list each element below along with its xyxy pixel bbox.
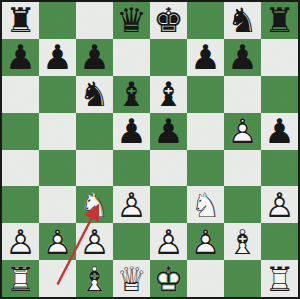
piece-white-pawn[interactable]: ♟♙: [39, 223, 76, 260]
piece-white-pawn[interactable]: ♟♙: [113, 186, 150, 223]
square-e4[interactable]: [150, 150, 187, 187]
square-e6[interactable]: ♝: [150, 76, 187, 113]
square-h4[interactable]: [261, 150, 298, 187]
square-f2[interactable]: ♟♙: [187, 223, 224, 260]
piece-black-pawn[interactable]: ♟: [187, 39, 224, 76]
square-h6[interactable]: [261, 76, 298, 113]
piece-black-knight[interactable]: ♞: [76, 76, 113, 113]
square-c5[interactable]: [76, 113, 113, 150]
white-rook-outline: ♖: [2, 260, 39, 297]
piece-white-pawn[interactable]: ♟♙: [150, 223, 187, 260]
piece-black-pawn[interactable]: ♟: [150, 113, 187, 150]
white-bishop-outline: ♗: [224, 223, 261, 260]
piece-white-knight[interactable]: ♞♘: [187, 186, 224, 223]
piece-white-pawn[interactable]: ♟♙: [2, 223, 39, 260]
square-h8[interactable]: ♜: [261, 2, 298, 39]
chess-board: ♜♛♚♞♜♟♟♟♟♟♞♝♝♟♟♟♙♟♞♘♟♙♞♘♟♙♟♙♟♙♟♙♟♙♟♙♝♗♜♖…: [0, 0, 300, 299]
piece-white-king[interactable]: ♚♔: [150, 260, 187, 297]
square-c2[interactable]: ♟♙: [76, 223, 113, 260]
piece-white-rook[interactable]: ♜♖: [261, 260, 298, 297]
square-g8[interactable]: ♞: [224, 2, 261, 39]
white-knight-outline: ♘: [76, 186, 113, 223]
square-e8[interactable]: ♚: [150, 2, 187, 39]
square-b2[interactable]: ♟♙: [39, 223, 76, 260]
square-c7[interactable]: ♟: [76, 39, 113, 76]
square-b1[interactable]: [39, 260, 76, 297]
square-b3[interactable]: [39, 186, 76, 223]
white-pawn-outline: ♙: [2, 223, 39, 260]
board-squares: ♜♛♚♞♜♟♟♟♟♟♞♝♝♟♟♟♙♟♞♘♟♙♞♘♟♙♟♙♟♙♟♙♟♙♟♙♝♗♜♖…: [2, 2, 298, 297]
square-d5[interactable]: ♟: [113, 113, 150, 150]
square-f8[interactable]: [187, 2, 224, 39]
black-pawn-glyph: ♟: [224, 39, 261, 76]
piece-white-pawn[interactable]: ♟♙: [261, 186, 298, 223]
piece-black-pawn[interactable]: ♟: [261, 113, 298, 150]
white-pawn-outline: ♙: [187, 223, 224, 260]
square-a7[interactable]: ♟: [2, 39, 39, 76]
white-pawn-outline: ♙: [150, 223, 187, 260]
black-queen-glyph: ♛: [113, 2, 150, 39]
white-pawn-outline: ♙: [261, 186, 298, 223]
piece-black-rook[interactable]: ♜: [261, 2, 298, 39]
square-g5[interactable]: ♟♙: [224, 113, 261, 150]
piece-black-queen[interactable]: ♛: [113, 2, 150, 39]
square-e7[interactable]: [150, 39, 187, 76]
square-c4[interactable]: [76, 150, 113, 187]
square-h2[interactable]: [261, 223, 298, 260]
piece-white-bishop[interactable]: ♝♗: [76, 260, 113, 297]
square-e3[interactable]: [150, 186, 187, 223]
white-pawn-outline: ♙: [224, 113, 261, 150]
square-a2[interactable]: ♟♙: [2, 223, 39, 260]
piece-white-queen[interactable]: ♛♕: [113, 260, 150, 297]
square-a5[interactable]: [2, 113, 39, 150]
black-bishop-glyph: ♝: [150, 76, 187, 113]
square-a1[interactable]: ♜♖: [2, 260, 39, 297]
square-e2[interactable]: ♟♙: [150, 223, 187, 260]
square-d4[interactable]: [113, 150, 150, 187]
square-d1[interactable]: ♛♕: [113, 260, 150, 297]
square-g3[interactable]: [224, 186, 261, 223]
black-pawn-glyph: ♟: [261, 113, 298, 150]
piece-white-pawn[interactable]: ♟♙: [224, 113, 261, 150]
square-a6[interactable]: [2, 76, 39, 113]
square-d7[interactable]: [113, 39, 150, 76]
square-f1[interactable]: [187, 260, 224, 297]
square-b8[interactable]: [39, 2, 76, 39]
square-g7[interactable]: ♟: [224, 39, 261, 76]
square-f5[interactable]: [187, 113, 224, 150]
square-h5[interactable]: ♟: [261, 113, 298, 150]
square-b7[interactable]: ♟: [39, 39, 76, 76]
black-pawn-glyph: ♟: [187, 39, 224, 76]
square-d2[interactable]: [113, 223, 150, 260]
piece-black-rook[interactable]: ♜: [2, 2, 39, 39]
black-pawn-glyph: ♟: [76, 39, 113, 76]
square-h7[interactable]: [261, 39, 298, 76]
white-pawn-outline: ♙: [113, 186, 150, 223]
piece-black-pawn[interactable]: ♟: [39, 39, 76, 76]
piece-black-pawn[interactable]: ♟: [76, 39, 113, 76]
piece-black-bishop[interactable]: ♝: [113, 76, 150, 113]
white-pawn-outline: ♙: [76, 223, 113, 260]
piece-black-king[interactable]: ♚: [150, 2, 187, 39]
white-knight-outline: ♘: [187, 186, 224, 223]
square-f4[interactable]: [187, 150, 224, 187]
square-c3[interactable]: ♞♘: [76, 186, 113, 223]
square-g6[interactable]: [224, 76, 261, 113]
square-c1[interactable]: ♝♗: [76, 260, 113, 297]
square-e5[interactable]: ♟: [150, 113, 187, 150]
white-king-outline: ♔: [150, 260, 187, 297]
piece-black-pawn[interactable]: ♟: [113, 113, 150, 150]
piece-white-pawn[interactable]: ♟♙: [187, 223, 224, 260]
square-a8[interactable]: ♜: [2, 2, 39, 39]
square-f3[interactable]: ♞♘: [187, 186, 224, 223]
square-d8[interactable]: ♛: [113, 2, 150, 39]
black-knight-glyph: ♞: [224, 2, 261, 39]
white-bishop-outline: ♗: [76, 260, 113, 297]
black-pawn-glyph: ♟: [150, 113, 187, 150]
piece-black-bishop[interactable]: ♝: [150, 76, 187, 113]
square-c8[interactable]: [76, 2, 113, 39]
piece-black-pawn[interactable]: ♟: [224, 39, 261, 76]
square-h1[interactable]: ♜♖: [261, 260, 298, 297]
white-pawn-outline: ♙: [39, 223, 76, 260]
black-rook-glyph: ♜: [2, 2, 39, 39]
square-c6[interactable]: ♞: [76, 76, 113, 113]
black-rook-glyph: ♜: [261, 2, 298, 39]
square-f7[interactable]: ♟: [187, 39, 224, 76]
square-h3[interactable]: ♟♙: [261, 186, 298, 223]
white-queen-outline: ♕: [113, 260, 150, 297]
square-g1[interactable]: [224, 260, 261, 297]
square-g4[interactable]: [224, 150, 261, 187]
piece-white-pawn[interactable]: ♟♙: [76, 223, 113, 260]
square-b4[interactable]: [39, 150, 76, 187]
piece-white-knight[interactable]: ♞♘: [76, 186, 113, 223]
piece-white-bishop[interactable]: ♝♗: [224, 223, 261, 260]
square-b6[interactable]: [39, 76, 76, 113]
piece-white-rook[interactable]: ♜♖: [2, 260, 39, 297]
square-e1[interactable]: ♚♔: [150, 260, 187, 297]
square-a3[interactable]: [2, 186, 39, 223]
black-pawn-glyph: ♟: [2, 39, 39, 76]
square-b5[interactable]: [39, 113, 76, 150]
piece-black-pawn[interactable]: ♟: [2, 39, 39, 76]
black-king-glyph: ♚: [150, 2, 187, 39]
black-pawn-glyph: ♟: [113, 113, 150, 150]
black-knight-glyph: ♞: [76, 76, 113, 113]
piece-black-knight[interactable]: ♞: [224, 2, 261, 39]
square-d6[interactable]: ♝: [113, 76, 150, 113]
square-g2[interactable]: ♝♗: [224, 223, 261, 260]
white-rook-outline: ♖: [261, 260, 298, 297]
square-d3[interactable]: ♟♙: [113, 186, 150, 223]
square-f6[interactable]: [187, 76, 224, 113]
square-a4[interactable]: [2, 150, 39, 187]
black-pawn-glyph: ♟: [39, 39, 76, 76]
black-bishop-glyph: ♝: [113, 76, 150, 113]
